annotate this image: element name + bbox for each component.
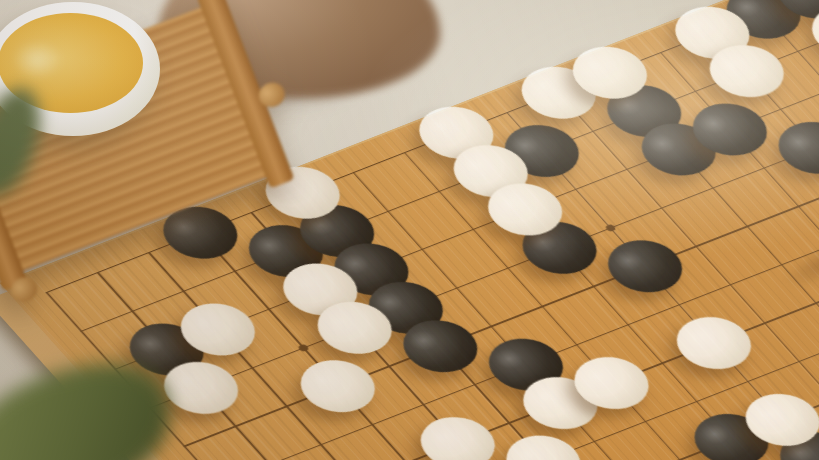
tea-highlight bbox=[13, 41, 62, 79]
white-stone bbox=[492, 426, 595, 460]
white-stone bbox=[286, 351, 389, 421]
white-stone bbox=[662, 308, 765, 378]
star-point bbox=[604, 223, 617, 232]
star-point bbox=[297, 343, 310, 352]
wood-knot bbox=[773, 233, 819, 297]
black-stone bbox=[764, 113, 819, 183]
white-stone bbox=[406, 408, 509, 460]
photo-scene bbox=[0, 0, 819, 460]
black-stone bbox=[594, 231, 697, 301]
